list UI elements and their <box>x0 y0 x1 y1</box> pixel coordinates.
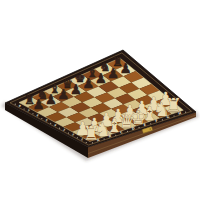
chess-piece-white-r: ♜ <box>83 122 100 144</box>
border-stud <box>32 113 33 114</box>
border-stud <box>59 128 60 129</box>
chess-piece-black-p: ♟ <box>107 65 119 81</box>
chess-piece-black-p: ♟ <box>32 96 44 112</box>
border-stud <box>24 108 25 109</box>
border-stud <box>41 118 42 119</box>
border-stud <box>50 123 51 124</box>
chess-piece-black-p: ♟ <box>82 75 94 91</box>
border-stud <box>15 104 16 105</box>
chess-piece-black-p: ♟ <box>57 86 69 102</box>
border-stud <box>68 132 69 133</box>
border-stud <box>185 112 186 113</box>
chess-set-photo: 12345678 ABCDEFGH ♜♞♟♝♟♚♟♛♟♝♟♞♟♟♜♟♟♟♜♟♞♟… <box>0 0 200 200</box>
chess-piece-black-p: ♟ <box>45 91 57 107</box>
chess-piece-black-p: ♟ <box>120 60 132 76</box>
chess-piece-black-p: ♟ <box>95 70 107 86</box>
chess-piece-black-p: ♟ <box>70 81 82 97</box>
product-photo: 12345678 ABCDEFGH ♜♞♟♝♟♚♟♛♟♝♟♞♟♟♜♟♟♟♜♟♞♟… <box>0 0 200 200</box>
